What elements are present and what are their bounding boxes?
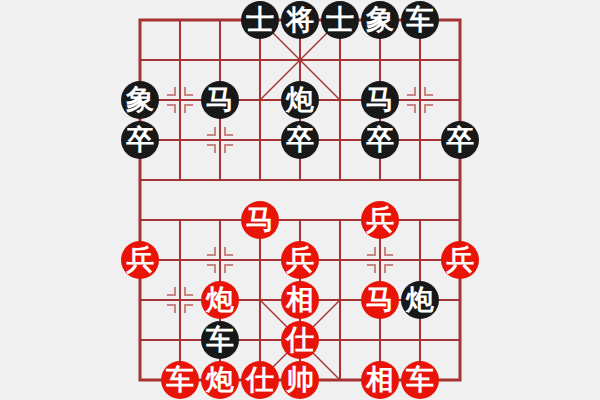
piece-glyph: 帅 — [286, 361, 314, 399]
piece-glyph: 炮 — [206, 281, 234, 319]
red-advisor[interactable]: 仕 — [281, 321, 319, 359]
piece-glyph: 相 — [286, 281, 314, 319]
red-soldier[interactable]: 兵 — [441, 241, 479, 279]
piece-glyph: 炮 — [406, 281, 434, 319]
black-horse[interactable]: 马 — [201, 81, 239, 119]
piece-glyph: 卒 — [286, 121, 314, 159]
black-chariot[interactable]: 车 — [401, 1, 439, 39]
red-chariot[interactable]: 车 — [401, 361, 439, 399]
red-cannon[interactable]: 炮 — [201, 361, 239, 399]
red-chariot[interactable]: 车 — [161, 361, 199, 399]
black-soldier[interactable]: 卒 — [441, 121, 479, 159]
piece-glyph: 仕 — [286, 321, 314, 359]
piece-glyph: 将 — [286, 1, 314, 39]
black-cannon[interactable]: 炮 — [401, 281, 439, 319]
red-soldier[interactable]: 兵 — [361, 201, 399, 239]
board-grid[interactable]: 士将士象车象马炮马卒卒卒卒炮车马兵兵兵兵炮相马仕车炮仕帅相车 — [120, 0, 480, 400]
piece-glyph: 车 — [206, 321, 234, 359]
piece-glyph: 马 — [366, 81, 394, 119]
piece-glyph: 卒 — [126, 121, 154, 159]
black-elephant[interactable]: 象 — [121, 81, 159, 119]
red-cannon[interactable]: 炮 — [201, 281, 239, 319]
red-soldier[interactable]: 兵 — [281, 241, 319, 279]
piece-glyph: 马 — [246, 201, 274, 239]
red-horse[interactable]: 马 — [241, 201, 279, 239]
black-advisor[interactable]: 士 — [321, 1, 359, 39]
piece-glyph: 士 — [246, 1, 274, 39]
piece-glyph: 车 — [406, 361, 434, 399]
black-soldier[interactable]: 卒 — [281, 121, 319, 159]
piece-glyph: 马 — [206, 81, 234, 119]
piece-glyph: 炮 — [206, 361, 234, 399]
red-advisor[interactable]: 仕 — [241, 361, 279, 399]
black-advisor[interactable]: 士 — [241, 1, 279, 39]
black-chariot[interactable]: 车 — [201, 321, 239, 359]
piece-glyph: 马 — [366, 281, 394, 319]
red-horse[interactable]: 马 — [361, 281, 399, 319]
piece-glyph: 士 — [326, 1, 354, 39]
piece-glyph: 兵 — [446, 241, 474, 279]
black-horse[interactable]: 马 — [361, 81, 399, 119]
piece-glyph: 兵 — [286, 241, 314, 279]
red-king[interactable]: 帅 — [281, 361, 319, 399]
red-elephant[interactable]: 相 — [361, 361, 399, 399]
piece-glyph: 炮 — [286, 81, 314, 119]
red-elephant[interactable]: 相 — [281, 281, 319, 319]
piece-glyph: 兵 — [366, 201, 394, 239]
piece-glyph: 象 — [366, 1, 394, 39]
piece-glyph: 兵 — [126, 241, 154, 279]
black-cannon[interactable]: 炮 — [281, 81, 319, 119]
piece-glyph: 相 — [366, 361, 394, 399]
xiangqi-app: 士将士象车象马炮马卒卒卒卒炮车马兵兵兵兵炮相马仕车炮仕帅相车 — [0, 0, 600, 400]
black-soldier[interactable]: 卒 — [361, 121, 399, 159]
piece-glyph: 象 — [126, 81, 154, 119]
piece-glyph: 卒 — [366, 121, 394, 159]
red-soldier[interactable]: 兵 — [121, 241, 159, 279]
black-general[interactable]: 将 — [281, 1, 319, 39]
black-soldier[interactable]: 卒 — [121, 121, 159, 159]
piece-glyph: 卒 — [446, 121, 474, 159]
black-elephant[interactable]: 象 — [361, 1, 399, 39]
piece-glyph: 车 — [406, 1, 434, 39]
piece-glyph: 仕 — [246, 361, 274, 399]
piece-glyph: 车 — [166, 361, 194, 399]
